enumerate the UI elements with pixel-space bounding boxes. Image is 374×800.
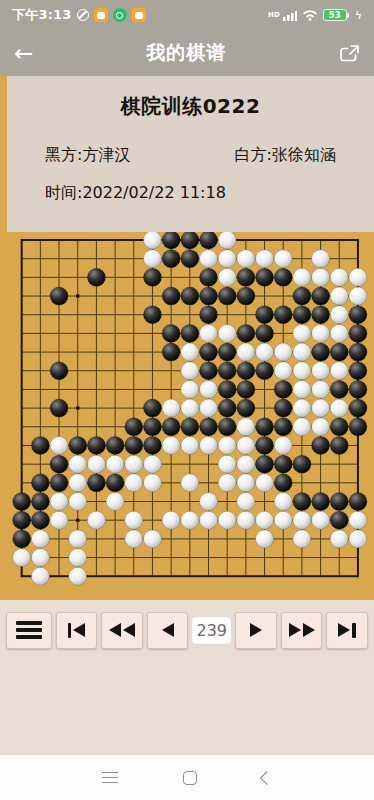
recents-icon[interactable] — [102, 772, 118, 783]
white-stone — [330, 324, 348, 342]
white-stone — [293, 399, 311, 417]
star-point — [76, 518, 80, 522]
black-stone — [218, 343, 236, 361]
black-stone — [50, 362, 68, 380]
black-stone — [312, 436, 330, 454]
white-stone — [312, 380, 330, 398]
black-stone — [330, 511, 348, 529]
app-screen: 下午3:13 HD 53 ϟ ← 我的棋谱 — [0, 0, 374, 800]
signal-icon — [283, 9, 297, 21]
white-stone — [50, 511, 68, 529]
black-stone — [200, 306, 218, 324]
white-stone — [218, 455, 236, 473]
white-stone — [218, 232, 236, 249]
black-stone — [13, 530, 31, 548]
share-button[interactable] — [339, 44, 360, 63]
black-stone — [143, 436, 161, 454]
players-row: 黑方:方津汉 白方:张徐知涵 — [7, 145, 374, 166]
white-stone — [31, 530, 49, 548]
black-stone — [349, 399, 367, 417]
white-stone — [181, 362, 199, 380]
white-stone — [330, 399, 348, 417]
white-stone — [274, 343, 292, 361]
white-stone — [69, 530, 87, 548]
go-board[interactable] — [0, 232, 374, 600]
black-stone — [218, 399, 236, 417]
black-stone — [256, 324, 274, 342]
charging-icon: ϟ — [355, 9, 362, 22]
status-right: HD 53 ϟ — [268, 9, 362, 22]
white-stone — [312, 418, 330, 436]
black-stone — [143, 306, 161, 324]
white-stone — [200, 324, 218, 342]
black-stone — [218, 362, 236, 380]
black-stone — [274, 399, 292, 417]
white-stone — [256, 250, 274, 268]
black-stone — [293, 455, 311, 473]
fast-forward-button[interactable] — [281, 612, 323, 649]
black-stone — [31, 436, 49, 454]
share-icon — [339, 44, 360, 63]
white-stone — [143, 530, 161, 548]
black-stone — [218, 287, 236, 305]
step-forward-button[interactable] — [235, 612, 277, 649]
black-stone — [330, 418, 348, 436]
white-stone — [330, 306, 348, 324]
white-stone — [143, 250, 161, 268]
white-stone — [50, 493, 68, 511]
white-stone — [181, 511, 199, 529]
black-stone — [106, 436, 124, 454]
white-stone — [293, 418, 311, 436]
white-stone — [330, 362, 348, 380]
black-stone — [162, 287, 180, 305]
white-stone — [274, 362, 292, 380]
black-stone — [237, 380, 255, 398]
home-icon[interactable] — [183, 771, 197, 785]
black-stone — [218, 380, 236, 398]
game-title: 棋院训练0222 — [7, 93, 374, 120]
white-stone — [237, 493, 255, 511]
white-stone — [274, 511, 292, 529]
black-player-label: 黑方:方津汉 — [45, 145, 130, 166]
white-stone — [274, 250, 292, 268]
white-stone — [330, 287, 348, 305]
back-nav-icon[interactable] — [260, 770, 274, 784]
black-stone — [50, 455, 68, 473]
black-stone — [330, 436, 348, 454]
white-stone — [312, 324, 330, 342]
white-stone — [69, 567, 87, 585]
white-stone — [200, 493, 218, 511]
black-stone — [237, 399, 255, 417]
white-stone — [181, 474, 199, 492]
empty-area — [0, 660, 374, 755]
black-stone — [274, 380, 292, 398]
black-stone — [181, 232, 199, 249]
black-stone — [237, 362, 255, 380]
black-stone — [349, 343, 367, 361]
white-stone — [237, 436, 255, 454]
white-stone — [200, 399, 218, 417]
white-stone — [349, 511, 367, 529]
info-section: 棋院训练0222 黑方:方津汉 白方:张徐知涵 时间:2022/02/22 11… — [0, 76, 374, 232]
white-stone — [181, 436, 199, 454]
black-stone — [50, 399, 68, 417]
white-stone — [200, 436, 218, 454]
black-stone — [125, 418, 143, 436]
black-stone — [181, 418, 199, 436]
black-stone — [50, 474, 68, 492]
black-stone — [237, 287, 255, 305]
step-backward-button[interactable] — [147, 612, 189, 649]
black-stone — [349, 493, 367, 511]
black-stone — [293, 287, 311, 305]
white-stone — [13, 549, 31, 567]
chat-notification-icon — [94, 8, 108, 22]
black-stone — [274, 306, 292, 324]
white-stone — [125, 530, 143, 548]
battery-indicator: 53 — [323, 9, 347, 21]
star-point — [76, 294, 80, 298]
black-stone — [162, 324, 180, 342]
black-stone — [293, 493, 311, 511]
page-title: 我的棋谱 — [146, 40, 226, 66]
black-stone — [349, 306, 367, 324]
status-left: 下午3:13 — [12, 6, 146, 24]
status-bar: 下午3:13 HD 53 ϟ — [0, 0, 374, 30]
black-stone — [349, 418, 367, 436]
black-stone — [256, 436, 274, 454]
menu-icon — [16, 621, 42, 639]
black-stone — [274, 455, 292, 473]
black-stone — [200, 343, 218, 361]
white-stone — [312, 399, 330, 417]
white-stone — [293, 530, 311, 548]
ring-glyph — [116, 12, 123, 19]
white-stone — [293, 362, 311, 380]
black-stone — [256, 362, 274, 380]
white-stone — [349, 287, 367, 305]
black-stone — [274, 474, 292, 492]
white-stone — [200, 380, 218, 398]
black-stone — [274, 268, 292, 286]
black-stone — [87, 436, 105, 454]
white-stone — [274, 436, 292, 454]
white-stone — [256, 343, 274, 361]
white-stone — [293, 511, 311, 529]
clock: 下午3:13 — [12, 6, 72, 24]
black-stone — [13, 493, 31, 511]
white-stone — [162, 511, 180, 529]
white-stone — [69, 474, 87, 492]
white-stone — [237, 250, 255, 268]
game-time-label: 时间:2022/02/22 11:18 — [7, 183, 374, 204]
star-point — [76, 406, 80, 410]
white-stone — [330, 530, 348, 548]
white-stone — [293, 324, 311, 342]
white-stone — [237, 343, 255, 361]
white-stone — [237, 474, 255, 492]
white-stone — [106, 455, 124, 473]
move-counter[interactable]: 239 — [192, 617, 231, 644]
black-stone — [125, 436, 143, 454]
android-nav-bar — [0, 755, 374, 800]
white-stone — [200, 511, 218, 529]
black-stone — [162, 250, 180, 268]
bubble-glyph — [135, 12, 143, 19]
black-stone — [237, 324, 255, 342]
left-triangle-icon — [123, 623, 135, 637]
black-stone — [293, 306, 311, 324]
white-stone — [143, 474, 161, 492]
white-stone — [312, 362, 330, 380]
black-stone — [181, 250, 199, 268]
white-stone — [256, 474, 274, 492]
white-stone — [218, 324, 236, 342]
left-triangle-icon — [109, 623, 121, 637]
black-stone — [349, 324, 367, 342]
right-triangle-icon — [303, 623, 315, 637]
black-stone — [31, 474, 49, 492]
black-stone — [237, 268, 255, 286]
black-stone — [312, 287, 330, 305]
white-stone — [69, 493, 87, 511]
black-stone — [274, 418, 292, 436]
black-stone — [181, 324, 199, 342]
board-area — [0, 232, 374, 600]
white-stone — [349, 530, 367, 548]
black-stone — [312, 306, 330, 324]
black-stone — [218, 418, 236, 436]
menu-button[interactable] — [6, 612, 52, 649]
white-stone — [293, 380, 311, 398]
white-stone — [143, 232, 161, 249]
black-stone — [256, 306, 274, 324]
black-stone — [200, 268, 218, 286]
white-stone — [50, 436, 68, 454]
black-stone — [69, 436, 87, 454]
chat-notification-icon-2 — [132, 8, 146, 22]
first-move-button[interactable] — [56, 612, 98, 649]
white-stone — [293, 268, 311, 286]
right-triangle-icon — [289, 623, 301, 637]
black-stone — [349, 380, 367, 398]
white-stone — [274, 493, 292, 511]
playback-controls: 239 — [0, 600, 374, 660]
white-stone — [181, 343, 199, 361]
black-stone — [200, 287, 218, 305]
battery-percent: 53 — [329, 10, 341, 20]
white-stone — [162, 399, 180, 417]
last-move-icon — [352, 623, 356, 638]
black-stone — [200, 418, 218, 436]
left-triangle-icon — [73, 623, 85, 637]
black-stone — [312, 343, 330, 361]
white-stone — [218, 511, 236, 529]
black-stone — [200, 362, 218, 380]
black-stone — [87, 268, 105, 286]
game-info-card: 棋院训练0222 黑方:方津汉 白方:张徐知涵 时间:2022/02/22 11… — [7, 76, 374, 232]
black-stone — [162, 232, 180, 249]
black-stone — [106, 474, 124, 492]
black-stone — [330, 380, 348, 398]
black-stone — [256, 455, 274, 473]
white-stone — [218, 250, 236, 268]
white-stone — [312, 250, 330, 268]
white-stone — [106, 493, 124, 511]
header: ← 我的棋谱 — [0, 30, 374, 76]
black-stone — [87, 474, 105, 492]
wifi-icon — [302, 9, 318, 21]
black-stone — [200, 232, 218, 249]
black-stone — [143, 268, 161, 286]
white-stone — [87, 455, 105, 473]
white-stone — [181, 380, 199, 398]
right-triangle-icon — [250, 623, 262, 637]
black-stone — [349, 362, 367, 380]
hd-volte-icon: HD — [268, 11, 280, 19]
white-stone — [293, 343, 311, 361]
last-move-button[interactable] — [326, 612, 368, 649]
black-stone — [181, 287, 199, 305]
white-stone — [218, 474, 236, 492]
white-stone — [312, 511, 330, 529]
black-stone — [312, 493, 330, 511]
white-stone — [349, 268, 367, 286]
white-stone — [162, 436, 180, 454]
black-stone — [13, 511, 31, 529]
bubble-glyph — [97, 12, 105, 19]
app-notification-icon — [113, 8, 127, 22]
white-stone — [237, 418, 255, 436]
white-stone — [125, 455, 143, 473]
black-stone — [256, 418, 274, 436]
black-stone — [143, 399, 161, 417]
white-stone — [87, 511, 105, 529]
black-stone — [256, 268, 274, 286]
white-stone — [312, 268, 330, 286]
white-stone — [256, 530, 274, 548]
black-stone — [50, 287, 68, 305]
black-stone — [143, 418, 161, 436]
white-stone — [143, 455, 161, 473]
white-stone — [218, 268, 236, 286]
white-stone — [237, 455, 255, 473]
left-triangle-icon — [162, 623, 174, 637]
white-stone — [256, 511, 274, 529]
mute-icon — [77, 9, 89, 21]
fast-backward-button[interactable] — [101, 612, 143, 649]
black-stone — [31, 493, 49, 511]
first-move-icon — [68, 623, 72, 638]
white-stone — [31, 549, 49, 567]
white-stone — [218, 436, 236, 454]
white-stone — [125, 474, 143, 492]
white-stone — [330, 268, 348, 286]
white-player-label: 白方:张徐知涵 — [235, 145, 336, 166]
right-triangle-icon — [338, 623, 350, 637]
white-stone — [69, 549, 87, 567]
back-button[interactable]: ← — [14, 42, 33, 65]
black-stone — [330, 343, 348, 361]
black-stone — [162, 343, 180, 361]
white-stone — [200, 250, 218, 268]
black-stone — [31, 511, 49, 529]
white-stone — [31, 567, 49, 585]
white-stone — [181, 399, 199, 417]
white-stone — [125, 511, 143, 529]
black-stone — [162, 418, 180, 436]
black-stone — [330, 493, 348, 511]
white-stone — [237, 511, 255, 529]
white-stone — [69, 455, 87, 473]
